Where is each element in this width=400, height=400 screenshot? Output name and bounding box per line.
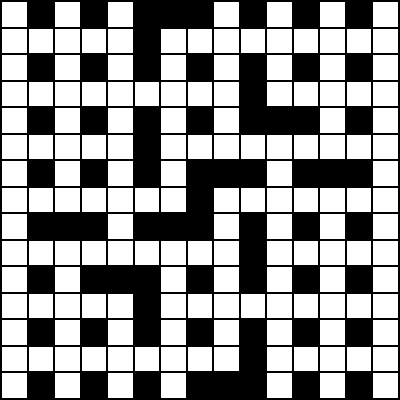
crossword-cell[interactable] [82, 241, 107, 266]
crossword-cell[interactable] [55, 241, 80, 266]
blocked-cell [294, 320, 319, 345]
crossword-cell[interactable] [320, 347, 345, 372]
crossword-cell[interactable] [320, 373, 345, 398]
crossword-cell[interactable] [320, 188, 345, 213]
blocked-cell [29, 267, 54, 292]
blocked-cell [82, 161, 107, 186]
crossword-cell[interactable] [29, 29, 54, 54]
crossword-cell[interactable] [294, 82, 319, 107]
crossword-cell[interactable] [2, 2, 27, 27]
crossword-cell[interactable] [135, 241, 160, 266]
crossword-cell[interactable] [108, 55, 133, 80]
crossword-cell[interactable] [188, 347, 213, 372]
crossword-cell[interactable] [108, 82, 133, 107]
crossword-cell[interactable] [241, 135, 266, 160]
crossword-cell[interactable] [294, 29, 319, 54]
crossword-cell[interactable] [373, 267, 398, 292]
crossword-cell[interactable] [267, 373, 292, 398]
crossword-cell[interactable] [55, 373, 80, 398]
crossword-cell[interactable] [161, 294, 186, 319]
blocked-cell [347, 267, 372, 292]
crossword-cell[interactable] [267, 29, 292, 54]
crossword-cell[interactable] [373, 55, 398, 80]
crossword-cell[interactable] [214, 294, 239, 319]
blocked-cell [347, 161, 372, 186]
crossword-cell[interactable] [214, 2, 239, 27]
crossword-cell[interactable] [82, 29, 107, 54]
blocked-cell [135, 2, 160, 27]
crossword-cell[interactable] [320, 320, 345, 345]
crossword-cell[interactable] [29, 241, 54, 266]
crossword-cell[interactable] [82, 294, 107, 319]
blocked-cell [29, 373, 54, 398]
blocked-cell [241, 82, 266, 107]
blocked-cell [29, 2, 54, 27]
blocked-cell [320, 161, 345, 186]
blocked-cell [347, 373, 372, 398]
crossword-cell[interactable] [373, 320, 398, 345]
crossword-cell[interactable] [373, 161, 398, 186]
blocked-cell [82, 55, 107, 80]
crossword-cell[interactable] [267, 188, 292, 213]
crossword-cell[interactable] [267, 55, 292, 80]
blocked-cell [294, 161, 319, 186]
blocked-cell [241, 320, 266, 345]
blocked-cell [29, 320, 54, 345]
blocked-cell [188, 2, 213, 27]
blocked-cell [29, 55, 54, 80]
crossword-cell[interactable] [267, 347, 292, 372]
blocked-cell [82, 373, 107, 398]
blocked-cell [347, 2, 372, 27]
crossword-cell[interactable] [161, 29, 186, 54]
crossword-cell[interactable] [373, 135, 398, 160]
crossword-cell[interactable] [373, 241, 398, 266]
crossword-cell[interactable] [320, 214, 345, 239]
crossword-cell[interactable] [161, 55, 186, 80]
crossword-cell[interactable] [161, 188, 186, 213]
crossword-cell[interactable] [2, 188, 27, 213]
crossword-cell[interactable] [188, 135, 213, 160]
blocked-cell [294, 214, 319, 239]
crossword-cell[interactable] [267, 2, 292, 27]
blocked-cell [214, 161, 239, 186]
crossword-cell[interactable] [108, 241, 133, 266]
crossword-cell[interactable] [2, 320, 27, 345]
crossword-cell[interactable] [188, 82, 213, 107]
crossword-cell[interactable] [55, 267, 80, 292]
crossword-cell[interactable] [347, 82, 372, 107]
blocked-cell [267, 108, 292, 133]
crossword-cell[interactable] [267, 161, 292, 186]
crossword-cell[interactable] [267, 267, 292, 292]
crossword-cell[interactable] [267, 241, 292, 266]
blocked-cell [294, 108, 319, 133]
blocked-cell [241, 241, 266, 266]
blocked-cell [55, 214, 80, 239]
crossword-cell[interactable] [373, 29, 398, 54]
crossword-cell[interactable] [347, 294, 372, 319]
crossword-cell[interactable] [2, 294, 27, 319]
blocked-cell [241, 55, 266, 80]
crossword-cell[interactable] [29, 82, 54, 107]
blocked-cell [347, 320, 372, 345]
crossword-cell[interactable] [135, 347, 160, 372]
blocked-cell [82, 2, 107, 27]
crossword-cell[interactable] [294, 241, 319, 266]
crossword-cell[interactable] [347, 135, 372, 160]
crossword-cell[interactable] [161, 241, 186, 266]
crossword-cell[interactable] [267, 294, 292, 319]
blocked-cell [188, 188, 213, 213]
crossword-cell[interactable] [373, 82, 398, 107]
blocked-cell [214, 373, 239, 398]
crossword-cell[interactable] [267, 135, 292, 160]
crossword-cell[interactable] [108, 135, 133, 160]
crossword-cell[interactable] [2, 29, 27, 54]
blocked-cell [161, 214, 186, 239]
crossword-cell[interactable] [373, 294, 398, 319]
crossword-cell[interactable] [188, 29, 213, 54]
crossword-cell[interactable] [108, 108, 133, 133]
crossword-cell[interactable] [241, 294, 266, 319]
crossword-cell[interactable] [214, 108, 239, 133]
blocked-cell [188, 267, 213, 292]
blocked-cell [241, 347, 266, 372]
blocked-cell [294, 2, 319, 27]
crossword-cell[interactable] [320, 29, 345, 54]
blocked-cell [241, 161, 266, 186]
crossword-cell[interactable] [108, 294, 133, 319]
blocked-cell [347, 55, 372, 80]
crossword-cell[interactable] [347, 188, 372, 213]
crossword-cell[interactable] [161, 161, 186, 186]
crossword-cell[interactable] [82, 135, 107, 160]
crossword-cell[interactable] [135, 82, 160, 107]
crossword-cell[interactable] [55, 188, 80, 213]
crossword-cell[interactable] [267, 82, 292, 107]
crossword-cell[interactable] [373, 2, 398, 27]
crossword-cell[interactable] [108, 214, 133, 239]
crossword-cell[interactable] [214, 214, 239, 239]
blocked-cell [241, 108, 266, 133]
blocked-cell [135, 294, 160, 319]
crossword-cell[interactable] [55, 82, 80, 107]
crossword-cell[interactable] [294, 294, 319, 319]
crossword-cell[interactable] [82, 82, 107, 107]
blocked-cell [29, 161, 54, 186]
blocked-cell [135, 267, 160, 292]
blocked-cell [347, 214, 372, 239]
crossword-cell[interactable] [214, 347, 239, 372]
crossword-cell[interactable] [373, 188, 398, 213]
crossword-cell[interactable] [214, 135, 239, 160]
blocked-cell [188, 161, 213, 186]
blocked-cell [241, 373, 266, 398]
crossword-cell[interactable] [161, 135, 186, 160]
crossword-cell[interactable] [29, 188, 54, 213]
crossword-cell[interactable] [2, 82, 27, 107]
crossword-cell[interactable] [108, 188, 133, 213]
crossword-cell[interactable] [55, 29, 80, 54]
blocked-cell [188, 108, 213, 133]
crossword-cell[interactable] [320, 241, 345, 266]
crossword-cell[interactable] [55, 2, 80, 27]
crossword-cell[interactable] [108, 320, 133, 345]
crossword-cell[interactable] [320, 294, 345, 319]
blocked-cell [294, 373, 319, 398]
crossword-cell[interactable] [188, 241, 213, 266]
blocked-cell [188, 55, 213, 80]
blocked-cell [161, 2, 186, 27]
crossword-board [0, 0, 400, 400]
blocked-cell [135, 108, 160, 133]
crossword-cell[interactable] [373, 108, 398, 133]
blocked-cell [135, 135, 160, 160]
crossword-cell[interactable] [2, 135, 27, 160]
crossword-cell[interactable] [2, 214, 27, 239]
crossword-cell[interactable] [241, 188, 266, 213]
crossword-cell[interactable] [267, 320, 292, 345]
blocked-cell [29, 108, 54, 133]
crossword-cell[interactable] [320, 82, 345, 107]
crossword-cell[interactable] [347, 241, 372, 266]
crossword-cell[interactable] [161, 373, 186, 398]
crossword-cell[interactable] [267, 214, 292, 239]
crossword-cell[interactable] [347, 29, 372, 54]
blocked-cell [241, 2, 266, 27]
blocked-cell [294, 55, 319, 80]
crossword-cell[interactable] [320, 135, 345, 160]
blocked-cell [135, 373, 160, 398]
crossword-cell[interactable] [161, 108, 186, 133]
crossword-cell[interactable] [135, 188, 160, 213]
crossword-cell[interactable] [2, 267, 27, 292]
crossword-cell[interactable] [55, 55, 80, 80]
crossword-cell[interactable] [55, 135, 80, 160]
crossword-cell[interactable] [373, 347, 398, 372]
crossword-cell[interactable] [241, 29, 266, 54]
crossword-cell[interactable] [320, 267, 345, 292]
blocked-cell [135, 29, 160, 54]
crossword-cell[interactable] [2, 241, 27, 266]
crossword-cell[interactable] [2, 108, 27, 133]
blocked-cell [241, 214, 266, 239]
crossword-cell[interactable] [347, 347, 372, 372]
crossword-cell[interactable] [161, 82, 186, 107]
crossword-cell[interactable] [108, 2, 133, 27]
crossword-cell[interactable] [214, 29, 239, 54]
blocked-cell [82, 214, 107, 239]
crossword-cell[interactable] [55, 347, 80, 372]
crossword-cell[interactable] [294, 347, 319, 372]
crossword-cell[interactable] [320, 2, 345, 27]
crossword-cell[interactable] [188, 294, 213, 319]
crossword-cell[interactable] [294, 188, 319, 213]
crossword-cell[interactable] [55, 108, 80, 133]
crossword-cell[interactable] [214, 55, 239, 80]
crossword-cell[interactable] [294, 135, 319, 160]
crossword-cell[interactable] [373, 214, 398, 239]
blocked-cell [188, 214, 213, 239]
crossword-cell[interactable] [108, 347, 133, 372]
blocked-cell [135, 214, 160, 239]
blocked-cell [188, 373, 213, 398]
crossword-cell[interactable] [55, 161, 80, 186]
crossword-cell[interactable] [2, 161, 27, 186]
crossword-cell[interactable] [161, 320, 186, 345]
crossword-cell[interactable] [29, 135, 54, 160]
crossword-cell[interactable] [29, 347, 54, 372]
crossword-cell[interactable] [214, 267, 239, 292]
blocked-cell [108, 267, 133, 292]
crossword-cell[interactable] [2, 373, 27, 398]
blocked-cell [241, 267, 266, 292]
crossword-cell[interactable] [214, 320, 239, 345]
blocked-cell [82, 108, 107, 133]
blocked-cell [347, 108, 372, 133]
crossword-cell[interactable] [108, 373, 133, 398]
crossword-cell[interactable] [161, 347, 186, 372]
crossword-cell[interactable] [55, 320, 80, 345]
crossword-cell[interactable] [214, 82, 239, 107]
crossword-cell[interactable] [373, 373, 398, 398]
crossword-cell[interactable] [161, 267, 186, 292]
crossword-cell[interactable] [2, 347, 27, 372]
blocked-cell [294, 267, 319, 292]
crossword-cell[interactable] [214, 241, 239, 266]
crossword-cell[interactable] [214, 188, 239, 213]
crossword-cell[interactable] [55, 294, 80, 319]
blocked-cell [188, 320, 213, 345]
crossword-cell[interactable] [108, 161, 133, 186]
blocked-cell [29, 214, 54, 239]
blocked-cell [135, 55, 160, 80]
crossword-cell[interactable] [82, 347, 107, 372]
crossword-cell[interactable] [108, 29, 133, 54]
blocked-cell [82, 320, 107, 345]
crossword-cell[interactable] [320, 108, 345, 133]
crossword-cell[interactable] [29, 294, 54, 319]
blocked-cell [135, 320, 160, 345]
crossword-cell[interactable] [2, 55, 27, 80]
blocked-cell [82, 267, 107, 292]
blocked-cell [135, 161, 160, 186]
crossword-cell[interactable] [82, 188, 107, 213]
crossword-cell[interactable] [320, 55, 345, 80]
